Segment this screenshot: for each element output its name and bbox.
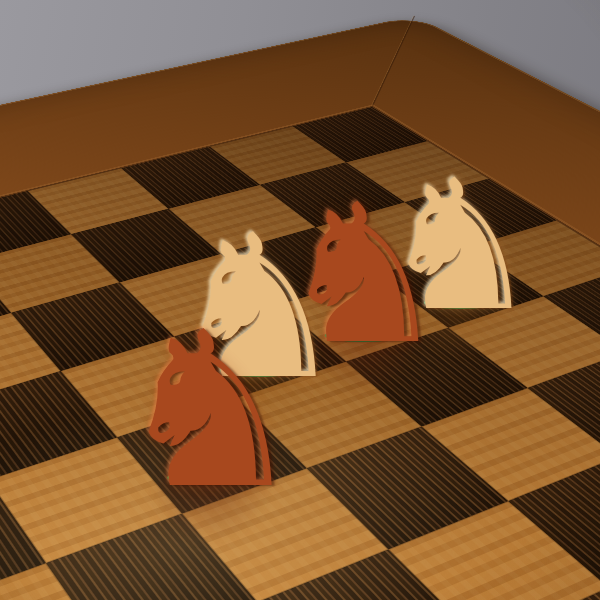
games-table	[0, 16, 600, 600]
chessboard	[0, 107, 600, 600]
photo-stage: ♞ ♞ ♞ ♞	[0, 0, 600, 600]
table-scene	[0, 0, 600, 600]
mitre-seam	[371, 16, 415, 108]
